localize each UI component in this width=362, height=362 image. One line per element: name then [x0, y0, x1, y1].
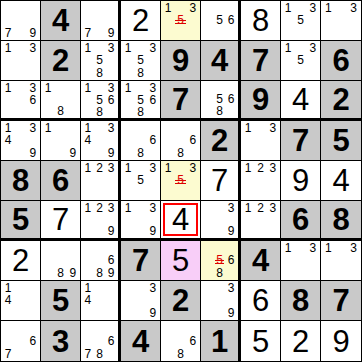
candidate-4: 4 — [2, 134, 14, 146]
candidate-1: 1 — [242, 162, 254, 174]
empty-candidate-slot — [202, 254, 214, 266]
sudoku-board: 7947921355681351313213581358947135613618… — [0, 0, 362, 362]
candidate-1: 1 — [82, 122, 94, 134]
empty-candidate-slot — [147, 187, 159, 199]
candidate-9: 9 — [147, 307, 159, 319]
empty-candidate-slot — [174, 335, 186, 348]
empty-candidate-slot — [162, 174, 174, 186]
given-digit: 5 — [52, 285, 69, 316]
empty-candidate-slot — [242, 214, 254, 226]
empty-candidate-slot — [122, 294, 134, 306]
candidate-1: 1 — [122, 202, 134, 214]
cell-r8c3[interactable]: 14 — [81, 281, 121, 321]
candidate-9: 9 — [225, 225, 237, 237]
cell-r8c8[interactable]: 8 — [281, 281, 321, 321]
cell-r7c3[interactable]: 689 — [81, 241, 121, 281]
pencil-marks: 89 — [41, 241, 80, 280]
empty-candidate-slot — [202, 267, 214, 279]
cell-r4c9[interactable]: 5 — [321, 121, 361, 161]
cell-r1c6[interactable]: 56 — [201, 1, 241, 41]
empty-candidate-slot — [27, 347, 39, 360]
pencil-marks: 689 — [81, 241, 118, 280]
empty-candidate-slot — [214, 2, 226, 14]
empty-candidate-slot — [27, 322, 39, 335]
empty-candidate-slot — [105, 174, 117, 186]
empty-candidate-slot — [14, 322, 26, 335]
candidate-1: 1 — [242, 202, 254, 214]
empty-candidate-slot — [105, 282, 117, 294]
given-digit: 6 — [292, 204, 309, 235]
cell-r1c8[interactable]: 135 — [281, 1, 321, 41]
empty-candidate-slot — [122, 54, 134, 66]
empty-candidate-slot — [122, 225, 134, 237]
empty-candidate-slot — [82, 14, 94, 26]
empty-candidate-slot — [2, 147, 14, 159]
empty-candidate-slot — [14, 147, 26, 159]
empty-candidate-slot — [134, 134, 146, 146]
cell-r2c4[interactable]: 1358 — [121, 41, 161, 81]
empty-candidate-slot — [122, 174, 134, 186]
candidate-7: 7 — [82, 27, 94, 39]
empty-candidate-slot — [267, 174, 279, 186]
solved-digit: 4 — [332, 165, 349, 196]
cell-r6c1[interactable]: 5 — [1, 201, 41, 241]
cell-r4c1[interactable]: 1349 — [1, 121, 41, 161]
cell-r6c5[interactable]: 4 — [161, 201, 201, 241]
candidate-7: 7 — [2, 27, 14, 39]
cell-r6c9[interactable]: 8 — [321, 201, 361, 241]
pencil-marks: 79 — [1, 1, 40, 40]
candidate-1: 1 — [42, 122, 54, 134]
cell-r9c7[interactable]: 5 — [241, 321, 281, 361]
empty-candidate-slot — [307, 54, 319, 66]
empty-candidate-slot — [105, 106, 117, 118]
empty-candidate-slot — [105, 187, 117, 199]
candidate-1: 1 — [82, 162, 94, 174]
given-digit: 5 — [12, 204, 29, 235]
cell-r9c8[interactable]: 2 — [281, 321, 321, 361]
empty-candidate-slot — [335, 2, 348, 14]
empty-candidate-slot — [225, 294, 237, 306]
cell-r3c4[interactable]: 13568 — [121, 81, 161, 121]
candidate-3: 3 — [267, 122, 279, 134]
empty-candidate-slot — [14, 294, 26, 306]
candidate-1: 1 — [2, 282, 14, 294]
empty-candidate-slot — [134, 162, 146, 174]
empty-candidate-slot — [162, 27, 174, 39]
empty-candidate-slot — [294, 267, 306, 279]
cell-r1c5[interactable]: 135 — [161, 1, 201, 41]
cell-r2c3[interactable]: 1358 — [81, 41, 121, 81]
candidate-1: 1 — [42, 82, 54, 94]
candidate-2: 2 — [254, 202, 266, 214]
candidate-8: 8 — [94, 106, 106, 118]
cell-r2c1[interactable]: 13 — [1, 41, 41, 81]
candidate-8: 8 — [214, 105, 226, 117]
empty-candidate-slot — [82, 187, 94, 199]
pencil-marks: 1349 — [81, 121, 118, 160]
cell-r5c5[interactable]: 135 — [161, 161, 201, 201]
candidate-3: 3 — [105, 202, 117, 214]
empty-candidate-slot — [134, 214, 146, 225]
cell-r4c7[interactable]: 13 — [241, 121, 281, 161]
given-digit: 6 — [52, 165, 69, 196]
empty-candidate-slot — [105, 242, 117, 254]
empty-candidate-slot — [202, 202, 214, 214]
cell-r3c9[interactable]: 2 — [321, 81, 361, 121]
empty-candidate-slot — [67, 254, 79, 266]
empty-candidate-slot — [27, 14, 39, 26]
cell-r1c7[interactable]: 8 — [241, 1, 281, 41]
empty-candidate-slot — [254, 226, 266, 238]
empty-candidate-slot — [42, 94, 54, 105]
empty-candidate-slot — [134, 122, 146, 134]
candidate-8: 8 — [134, 106, 146, 118]
candidate-1: 1 — [2, 82, 14, 94]
candidate-3: 3 — [147, 282, 159, 294]
empty-candidate-slot — [122, 214, 134, 225]
empty-candidate-slot — [254, 174, 266, 186]
candidate-2: 2 — [94, 202, 106, 214]
empty-candidate-slot — [67, 105, 79, 117]
cell-r5c9[interactable]: 4 — [321, 161, 361, 201]
empty-candidate-slot — [122, 106, 134, 118]
candidate-6: 6 — [27, 94, 39, 106]
empty-candidate-slot — [307, 14, 319, 26]
empty-candidate-slot — [94, 174, 106, 186]
cell-r6c7[interactable]: 123 — [241, 201, 281, 241]
empty-candidate-slot — [14, 106, 26, 117]
empty-candidate-slot — [122, 282, 134, 294]
empty-candidate-slot — [335, 242, 348, 254]
empty-candidate-slot — [174, 27, 186, 39]
cell-r8c4[interactable]: 39 — [121, 281, 161, 321]
empty-candidate-slot — [2, 335, 14, 348]
pencil-marks: 14 — [81, 281, 118, 320]
empty-candidate-slot — [225, 105, 237, 117]
empty-candidate-slot — [214, 282, 226, 294]
solved-digit: 5 — [172, 245, 189, 276]
empty-candidate-slot — [94, 307, 106, 319]
candidate-8: 8 — [94, 67, 106, 79]
cell-r4c3[interactable]: 1349 — [81, 121, 121, 161]
candidate-6: 6 — [147, 134, 159, 146]
empty-candidate-slot — [242, 134, 254, 146]
cell-r6c6[interactable]: 39 — [201, 201, 241, 241]
empty-candidate-slot — [202, 282, 214, 294]
empty-candidate-slot — [14, 94, 26, 106]
candidate-3: 3 — [347, 242, 360, 254]
cell-r8c9[interactable]: 7 — [321, 281, 361, 321]
cell-r4c2[interactable]: 19 — [41, 121, 81, 161]
pencil-marks: 135 — [121, 161, 160, 200]
cell-r9c9[interactable]: 9 — [321, 321, 361, 361]
empty-candidate-slot — [27, 294, 39, 306]
empty-candidate-slot — [94, 242, 106, 254]
pencil-marks: 19 — [41, 121, 80, 160]
empty-candidate-slot — [54, 134, 66, 146]
empty-candidate-slot — [122, 187, 134, 199]
cell-r3c8[interactable]: 4 — [281, 81, 321, 121]
empty-candidate-slot — [82, 174, 94, 186]
cell-r3c6[interactable]: 568 — [201, 81, 241, 121]
solved-digit: 2 — [12, 245, 29, 276]
cell-r7c1[interactable]: 2 — [1, 241, 41, 281]
pencil-marks: 67 — [1, 321, 40, 361]
cell-r7c2[interactable]: 89 — [41, 241, 81, 281]
empty-candidate-slot — [282, 254, 294, 266]
cell-r2c2[interactable]: 2 — [41, 41, 81, 81]
cell-r3c2[interactable]: 18 — [41, 81, 81, 121]
cell-r9c3[interactable]: 678 — [81, 321, 121, 361]
empty-candidate-slot — [335, 27, 348, 39]
pencil-marks: 678 — [81, 321, 118, 361]
given-digit: 2 — [172, 285, 189, 316]
candidate-8: 8 — [94, 347, 106, 360]
empty-candidate-slot — [225, 267, 237, 279]
given-digit: 5 — [332, 125, 349, 156]
empty-candidate-slot — [105, 294, 117, 306]
cell-r9c6[interactable]: 1 — [201, 321, 241, 361]
candidate-1: 1 — [82, 282, 94, 294]
empty-candidate-slot — [294, 242, 306, 254]
pencil-marks: 13 — [321, 1, 361, 40]
given-digit: 7 — [252, 45, 269, 76]
candidate-9: 9 — [27, 27, 39, 39]
empty-candidate-slot — [147, 122, 159, 134]
empty-candidate-slot — [174, 122, 186, 134]
cell-r4c5[interactable]: 68 — [161, 121, 201, 161]
empty-candidate-slot — [122, 147, 134, 159]
empty-candidate-slot — [94, 322, 106, 335]
candidate-4: 4 — [82, 294, 94, 306]
empty-candidate-slot — [254, 134, 266, 146]
pencil-marks: 56 — [201, 1, 238, 40]
empty-candidate-slot — [174, 187, 186, 199]
empty-candidate-slot — [105, 2, 117, 14]
pencil-marks: 1349 — [1, 121, 40, 160]
cell-r2c5[interactable]: 9 — [161, 41, 201, 81]
cell-r5c4[interactable]: 135 — [121, 161, 161, 201]
candidate-9: 9 — [225, 307, 237, 319]
pencil-marks: 123 — [241, 161, 280, 200]
cell-r1c3[interactable]: 79 — [81, 1, 121, 41]
candidate-4: 4 — [2, 294, 14, 306]
pencil-marks: 39 — [201, 281, 238, 320]
cell-r2c8[interactable]: 135 — [281, 41, 321, 81]
empty-candidate-slot — [307, 267, 319, 279]
empty-candidate-slot — [134, 225, 146, 237]
empty-candidate-slot — [54, 147, 66, 159]
empty-candidate-slot — [267, 226, 279, 238]
candidate-8: 8 — [174, 347, 186, 360]
cell-r7c7[interactable]: 4 — [241, 241, 281, 281]
empty-candidate-slot — [42, 134, 54, 146]
empty-candidate-slot — [94, 294, 106, 306]
cell-r8c1[interactable]: 14 — [1, 281, 41, 321]
empty-candidate-slot — [162, 134, 174, 146]
cell-r3c3[interactable]: 13568 — [81, 81, 121, 121]
empty-candidate-slot — [282, 54, 294, 66]
candidate-3: 3 — [147, 42, 159, 54]
empty-candidate-slot — [2, 54, 14, 66]
cell-r1c9[interactable]: 13 — [321, 1, 361, 41]
cell-r7c6[interactable]: 568 — [201, 241, 241, 281]
cell-r4c4[interactable]: 68 — [121, 121, 161, 161]
empty-candidate-slot — [27, 54, 39, 66]
empty-candidate-slot — [27, 282, 39, 294]
cell-r8c6[interactable]: 39 — [201, 281, 241, 321]
empty-candidate-slot — [94, 147, 106, 159]
candidate-5: 5 — [134, 174, 146, 186]
cell-r5c6[interactable]: 7 — [201, 161, 241, 201]
cell-r5c2[interactable]: 6 — [41, 161, 81, 201]
cell-r9c4[interactable]: 4 — [121, 321, 161, 361]
candidate-6: 6 — [105, 335, 117, 348]
empty-candidate-slot — [162, 187, 174, 199]
eliminated-candidate-5: 5 — [214, 254, 226, 266]
cell-r9c1[interactable]: 67 — [1, 321, 41, 361]
empty-candidate-slot — [147, 294, 159, 306]
given-digit: 8 — [332, 204, 349, 235]
empty-candidate-slot — [187, 27, 199, 39]
candidate-7: 7 — [82, 347, 94, 360]
cell-r4c8[interactable]: 7 — [281, 121, 321, 161]
solved-digit: 8 — [252, 5, 269, 36]
empty-candidate-slot — [27, 307, 39, 319]
eliminated-candidate-5: 5 — [174, 174, 186, 186]
empty-candidate-slot — [105, 14, 117, 26]
cell-r5c1[interactable]: 8 — [1, 161, 41, 201]
candidate-1: 1 — [242, 122, 254, 134]
empty-candidate-slot — [267, 214, 279, 226]
empty-candidate-slot — [105, 322, 117, 335]
candidate-1: 1 — [162, 2, 174, 14]
cell-r4c6[interactable]: 2 — [201, 121, 241, 161]
empty-candidate-slot — [14, 42, 26, 54]
empty-candidate-slot — [14, 14, 26, 26]
empty-candidate-slot — [214, 307, 226, 319]
empty-candidate-slot — [82, 225, 94, 237]
empty-candidate-slot — [307, 67, 319, 79]
pencil-marks: 13 — [1, 41, 40, 80]
empty-candidate-slot — [282, 267, 294, 279]
empty-candidate-slot — [202, 2, 214, 14]
candidate-6: 6 — [187, 134, 199, 146]
candidate-3: 3 — [105, 42, 117, 54]
empty-candidate-slot — [307, 27, 319, 39]
empty-candidate-slot — [82, 94, 94, 106]
cell-r6c3[interactable]: 1239 — [81, 201, 121, 241]
cell-r2c9[interactable]: 6 — [321, 41, 361, 81]
cell-r7c8[interactable]: 13 — [281, 241, 321, 281]
pencil-marks: 14 — [1, 281, 40, 320]
cell-r1c2[interactable]: 4 — [41, 1, 81, 41]
cell-r1c4[interactable]: 2 — [121, 1, 161, 41]
empty-candidate-slot — [14, 347, 26, 360]
cell-r1c1[interactable]: 79 — [1, 1, 41, 41]
pencil-marks: 135 — [161, 1, 200, 40]
empty-candidate-slot — [147, 147, 159, 159]
candidate-1: 1 — [82, 82, 94, 94]
given-digit: 2 — [211, 125, 228, 156]
cell-r2c7[interactable]: 7 — [241, 41, 281, 81]
cell-r8c7[interactable]: 6 — [241, 281, 281, 321]
cell-r3c5[interactable]: 7 — [161, 81, 201, 121]
solved-digit: 2 — [132, 5, 149, 36]
cell-r6c8[interactable]: 6 — [281, 201, 321, 241]
empty-candidate-slot — [82, 242, 94, 254]
solved-digit: 9 — [332, 326, 349, 357]
cell-r2c6[interactable]: 4 — [201, 41, 241, 81]
candidate-1: 1 — [322, 2, 335, 14]
cell-r9c2[interactable]: 3 — [41, 321, 81, 361]
empty-candidate-slot — [174, 162, 186, 174]
empty-candidate-slot — [82, 2, 94, 14]
candidate-3: 3 — [187, 2, 199, 14]
empty-candidate-slot — [202, 214, 214, 225]
empty-candidate-slot — [147, 67, 159, 79]
candidate-3: 3 — [147, 202, 159, 214]
empty-candidate-slot — [94, 14, 106, 26]
cell-r9c5[interactable]: 68 — [161, 321, 201, 361]
empty-candidate-slot — [242, 147, 254, 159]
empty-candidate-slot — [162, 335, 174, 348]
empty-candidate-slot — [322, 27, 335, 39]
candidate-5: 5 — [134, 54, 146, 66]
candidate-1: 1 — [282, 42, 294, 54]
cell-r5c3[interactable]: 123 — [81, 161, 121, 201]
cell-r7c9[interactable]: 13 — [321, 241, 361, 281]
candidate-3: 3 — [147, 162, 159, 174]
empty-candidate-slot — [82, 267, 94, 279]
pencil-marks: 568 — [201, 241, 238, 280]
empty-candidate-slot — [42, 242, 54, 254]
candidate-9: 9 — [105, 27, 117, 39]
cell-r7c4[interactable]: 7 — [121, 241, 161, 281]
empty-candidate-slot — [105, 67, 117, 79]
eliminated-candidate-5: 5 — [174, 14, 186, 26]
empty-candidate-slot — [67, 94, 79, 105]
empty-candidate-slot — [82, 307, 94, 319]
cell-r6c2[interactable]: 7 — [41, 201, 81, 241]
candidate-9: 9 — [27, 147, 39, 159]
cell-r8c5[interactable]: 2 — [161, 281, 201, 321]
empty-candidate-slot — [122, 122, 134, 134]
solved-digit: 7 — [52, 204, 69, 235]
cell-r8c2[interactable]: 5 — [41, 281, 81, 321]
empty-candidate-slot — [322, 254, 335, 266]
empty-candidate-slot — [42, 254, 54, 266]
cell-r5c8[interactable]: 9 — [281, 161, 321, 201]
candidate-8: 8 — [134, 147, 146, 159]
candidate-6: 6 — [27, 335, 39, 348]
candidate-1: 1 — [122, 82, 134, 94]
candidate-5: 5 — [294, 54, 306, 66]
cell-r3c1[interactable]: 136 — [1, 81, 41, 121]
candidate-6: 6 — [147, 94, 159, 106]
cell-r7c5[interactable]: 5 — [161, 241, 201, 281]
empty-candidate-slot — [2, 2, 14, 14]
empty-candidate-slot — [14, 307, 26, 319]
empty-candidate-slot — [14, 82, 26, 94]
cell-r5c7[interactable]: 123 — [241, 161, 281, 201]
empty-candidate-slot — [27, 67, 39, 79]
cell-r6c4[interactable]: 139 — [121, 201, 161, 241]
empty-candidate-slot — [94, 254, 106, 266]
empty-candidate-slot — [187, 147, 199, 159]
cell-r3c7[interactable]: 9 — [241, 81, 281, 121]
